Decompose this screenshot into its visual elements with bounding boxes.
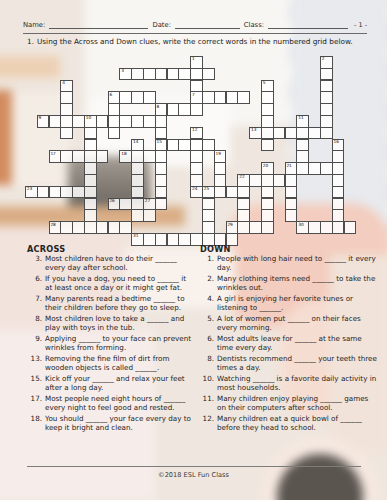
cell-number-30: 30: [298, 223, 303, 227]
grid-cell-r14c26[interactable]: [332, 221, 345, 234]
clue-text: You should ______ your face every day to…: [45, 415, 195, 432]
grid-cell-r4c20[interactable]: [261, 103, 274, 116]
clue-number: 6.: [201, 335, 214, 352]
grid-cell-r10c16[interactable]: [214, 174, 227, 187]
grid-cell-r8c10[interactable]: [143, 150, 156, 163]
cell-number-12: 12: [192, 128, 197, 132]
clue-text: Kick off your ______ and relax your feet…: [45, 375, 195, 392]
grid-cell-r1c8[interactable]: 3: [119, 68, 132, 81]
grid-cell-r6c21[interactable]: [273, 127, 286, 140]
grid-cell-r5c6[interactable]: [96, 115, 109, 128]
grid-cell-r3c10[interactable]: [143, 91, 156, 104]
grid-cell-r13c9[interactable]: [131, 209, 144, 222]
grid-cell-r13c18[interactable]: [237, 209, 250, 222]
clue-number: 15.: [29, 375, 42, 392]
clue-text: Most children have to do their ______ ev…: [45, 255, 195, 272]
cell-number-6: 6: [109, 93, 112, 97]
grid-cell-r6c20[interactable]: [261, 127, 274, 140]
grid-cell-r14c24[interactable]: [308, 221, 321, 234]
grid-cell-r1c10[interactable]: [143, 68, 156, 81]
down-title: DOWN: [200, 244, 230, 254]
clue-text: Many parents read a bedtime ______ to th…: [45, 295, 195, 312]
grid-cell-r3c16[interactable]: [214, 91, 227, 104]
class-label: Class:: [244, 21, 264, 29]
grid-cell-r11c20[interactable]: [261, 186, 274, 199]
grid-cell-r14c25[interactable]: [320, 221, 333, 234]
grid-cell-r12c9[interactable]: [131, 198, 144, 211]
grid-cell-r12c22[interactable]: [285, 198, 298, 211]
grid-cell-r14c3[interactable]: [60, 221, 73, 234]
grid-cell-r8c8[interactable]: 18: [119, 150, 132, 163]
clue-number: 9.: [29, 335, 42, 352]
page-number: - 1 -: [352, 21, 367, 29]
across-clue-3: 3.Most children have to do their ______ …: [29, 255, 195, 272]
grid-cell-r11c5[interactable]: [84, 186, 97, 199]
grid-cell-r14c20[interactable]: [261, 221, 274, 234]
down-clue-11: 11.Many children enjoy playing ______ ga…: [201, 395, 379, 412]
cell-number-20: 20: [263, 164, 268, 168]
grid-cell-r7c20[interactable]: [261, 139, 274, 152]
grid-cell-r6c11[interactable]: [155, 127, 168, 140]
grid-cell-r4c7[interactable]: [108, 103, 121, 116]
grid-cell-r3c3[interactable]: [60, 91, 73, 104]
grid-cell-r13c26[interactable]: [332, 209, 345, 222]
grid-cell-r9c20[interactable]: 20: [261, 162, 274, 175]
cell-number-21: 21: [286, 164, 291, 168]
grid-cell-r8c6[interactable]: [96, 150, 109, 163]
clue-number: 3.: [29, 255, 42, 272]
grid-cell-r14c7[interactable]: [108, 221, 121, 234]
clue-number: 18.: [29, 415, 42, 432]
down-clue-10: 10.Watching ______ is a favorite daily a…: [201, 375, 379, 392]
cell-number-13: 13: [251, 128, 256, 132]
grid-cell-r3c14[interactable]: 7: [190, 91, 203, 104]
grid-cell-r14c17[interactable]: 29: [226, 221, 239, 234]
cell-number-5: 5: [263, 81, 266, 85]
grid-cell-r2c20[interactable]: 5: [261, 80, 274, 93]
cell-number-28: 28: [50, 223, 55, 227]
grid-cell-r7c15[interactable]: [202, 139, 215, 152]
clue-number: 8.: [29, 315, 42, 332]
grid-cell-r12c7[interactable]: 26: [108, 198, 121, 211]
grid-cell-r10c11[interactable]: [155, 174, 168, 187]
grid-cell-r11c16[interactable]: [214, 186, 227, 199]
grid-cell-r6c23[interactable]: [296, 127, 309, 140]
footer-rule: [27, 466, 361, 467]
clue-number: 1.: [201, 255, 214, 272]
clue-text: Most adults leave for ______ at the same…: [217, 335, 379, 352]
grid-cell-r4c13[interactable]: [178, 103, 191, 116]
grid-cell-r6c3[interactable]: [60, 127, 73, 140]
grid-cell-r14c5[interactable]: [84, 221, 97, 234]
grid-cell-r8c2[interactable]: 17: [49, 150, 62, 163]
grid-cell-r11c4[interactable]: [72, 186, 85, 199]
clue-text: Applying ______ to your face can prevent…: [45, 335, 195, 352]
across-clue-18: 18.You should ______ your face every day…: [29, 415, 195, 432]
grid-cell-r6c7[interactable]: [108, 127, 121, 140]
name-label: Name:: [23, 21, 45, 29]
across-clue-17: 17.Most people need eight hours of _____…: [29, 395, 195, 412]
grid-cell-r11c22[interactable]: [285, 186, 298, 199]
down-clue-5: 5.A lot of women put ______ on their fac…: [201, 315, 379, 332]
grid-cell-r14c27[interactable]: [344, 221, 357, 234]
grid-cell-r12c26[interactable]: [332, 198, 345, 211]
grid-cell-r7c23[interactable]: [296, 139, 309, 152]
grid-cell-r13c22[interactable]: [285, 209, 298, 222]
down-clue-8: 8.Dentists recommend ______ your teeth t…: [201, 355, 379, 372]
cell-number-23: 23: [27, 187, 32, 191]
grid-cell-r11c11[interactable]: [155, 186, 168, 199]
grid-cell-r11c3[interactable]: [60, 186, 73, 199]
clue-text: Watching ______ is a favorite daily acti…: [217, 375, 379, 392]
clue-number: 17.: [29, 395, 42, 412]
grid-cell-r3c25[interactable]: [320, 91, 333, 104]
grid-cell-r1c13[interactable]: [178, 68, 191, 81]
grid-cell-r3c7[interactable]: 6: [108, 91, 121, 104]
grid-cell-r11c17[interactable]: [226, 186, 239, 199]
grid-cell-r8c3[interactable]: [60, 150, 73, 163]
clue-number: 2.: [201, 275, 214, 292]
class-line[interactable]: [268, 21, 348, 29]
grid-cell-r3c9[interactable]: [131, 91, 144, 104]
grid-cell-r9c23[interactable]: [296, 162, 309, 175]
instruction-text: Using the Across and Down clues, write t…: [37, 38, 353, 47]
across-title: ACROSS: [27, 244, 65, 254]
grid-cell-r1c15[interactable]: [202, 68, 215, 81]
grid-cell-r4c3[interactable]: [60, 103, 73, 116]
clue-text: Dentists recommend ______ your teeth thr…: [217, 355, 379, 372]
grid-cell-r8c9[interactable]: [131, 150, 144, 163]
clue-text: Many children eat a quick bowl of ______…: [217, 415, 379, 432]
clue-number: 12.: [201, 415, 214, 432]
cell-number-2: 2: [322, 57, 325, 61]
grid-cell-r5c10[interactable]: [143, 115, 156, 128]
grid-cell-r4c25[interactable]: [320, 103, 333, 116]
grid-cell-r3c17[interactable]: [226, 91, 239, 104]
grid-cell-r9c9[interactable]: [131, 162, 144, 175]
grid-cell-r11c0[interactable]: 23: [25, 186, 38, 199]
down-clue-1: 1.People with long hair need to ______ i…: [201, 255, 379, 272]
cell-number-3: 3: [121, 69, 124, 73]
grid-cell-r14c19[interactable]: [249, 221, 262, 234]
grid-cell-r6c14[interactable]: 12: [190, 127, 203, 140]
grid-cell-r14c18[interactable]: [237, 221, 250, 234]
grid-cell-r11c14[interactable]: 24: [190, 186, 203, 199]
grid-cell-r10c26[interactable]: [332, 174, 345, 187]
grid-cell-r1c11[interactable]: [155, 68, 168, 81]
name-line[interactable]: [49, 21, 148, 29]
grid-cell-r12c8[interactable]: [119, 198, 132, 211]
grid-cell-r12c5[interactable]: [84, 198, 97, 211]
grid-cell-r7c11[interactable]: 15: [155, 139, 168, 152]
clue-text: Many children enjoy playing ______ games…: [217, 395, 379, 412]
grid-cell-r12c15[interactable]: [202, 198, 215, 211]
grid-cell-r11c2[interactable]: [49, 186, 62, 199]
clue-text: People with long hair need to ______ it …: [217, 255, 379, 272]
grid-cell-r11c18[interactable]: [237, 186, 250, 199]
clue-number: 8.: [201, 355, 214, 372]
grid-cell-r3c15[interactable]: [202, 91, 215, 104]
across-clue-15: 15.Kick off your ______ and relax your f…: [29, 375, 195, 392]
grid-cell-r8c23[interactable]: [296, 150, 309, 163]
clue-number: 5.: [201, 315, 214, 332]
grid-cell-r0c25[interactable]: 2: [320, 56, 333, 69]
grid-cell-r15c9[interactable]: 31: [131, 233, 144, 246]
clue-text: Most people need eight hours of ______ e…: [45, 395, 195, 412]
grid-cell-r10c18[interactable]: 22: [237, 174, 250, 187]
grid-cell-r12c18[interactable]: [237, 198, 250, 211]
across-clue-8: 8.Most children love to take a ______ an…: [29, 315, 195, 332]
crossword-grid: 1234567891011121314151617181920212223242…: [25, 56, 381, 247]
grid-cell-r6c24[interactable]: [308, 127, 321, 140]
down-clue-12: 12.Many children eat a quick bowl of ___…: [201, 415, 379, 432]
cell-number-8: 8: [157, 105, 160, 109]
cell-number-19: 19: [216, 152, 221, 156]
cell-number-11: 11: [298, 116, 303, 120]
grid-cell-r4c14[interactable]: [190, 103, 203, 116]
grid-cell-r10c9[interactable]: [131, 174, 144, 187]
grid-cell-r6c5[interactable]: [84, 127, 97, 140]
across-clue-list: 3.Most children have to do their ______ …: [29, 255, 195, 435]
down-clue-6: 6.Most adults leave for ______ at the sa…: [201, 335, 379, 352]
grid-cell-r15c10[interactable]: [143, 233, 156, 246]
grid-cell-r10c22[interactable]: [285, 174, 298, 187]
cell-number-1: 1: [192, 57, 195, 61]
grid-cell-r5c9[interactable]: [131, 115, 144, 128]
cell-number-27: 27: [145, 199, 150, 203]
cell-number-25: 25: [204, 187, 209, 191]
clue-text: Many clothing items need ______ to take …: [217, 275, 379, 292]
grid-cell-r8c16[interactable]: 19: [214, 150, 227, 163]
grid-cell-r13c5[interactable]: [84, 209, 97, 222]
grid-cell-r14c15[interactable]: [202, 221, 215, 234]
grid-cell-r15c13[interactable]: [178, 233, 191, 246]
cell-number-22: 22: [239, 175, 244, 179]
grid-cell-r1c14[interactable]: [190, 68, 203, 81]
cell-number-24: 24: [192, 187, 197, 191]
grid-cell-r5c8[interactable]: [119, 115, 132, 128]
grid-cell-r2c25[interactable]: [320, 80, 333, 93]
grid-cell-r2c14[interactable]: [190, 80, 203, 93]
grid-cell-r5c11[interactable]: [155, 115, 168, 128]
cell-number-15: 15: [157, 140, 162, 144]
cell-number-9: 9: [39, 116, 42, 120]
grid-cell-r13c15[interactable]: [202, 209, 215, 222]
grid-cell-r4c11[interactable]: 8: [155, 103, 168, 116]
clue-text: A girl is enjoying her favorite tunes or…: [217, 295, 379, 312]
cell-number-7: 7: [192, 93, 195, 97]
grid-cell-r3c20[interactable]: [261, 91, 274, 104]
grid-cell-r13c10[interactable]: [143, 209, 156, 222]
grid-cell-r12c20[interactable]: [261, 198, 274, 211]
grid-cell-r7c26[interactable]: 16: [332, 139, 345, 152]
grid-cell-r9c11[interactable]: [155, 162, 168, 175]
grid-cell-r8c11[interactable]: [155, 150, 168, 163]
grid-cell-r3c18[interactable]: [237, 91, 250, 104]
grid-cell-r10c20[interactable]: [261, 174, 274, 187]
grid-cell-r7c14[interactable]: [190, 139, 203, 152]
clue-number: 11.: [201, 395, 214, 412]
grid-cell-r11c1[interactable]: [37, 186, 50, 199]
grid-cell-r5c4[interactable]: [72, 115, 85, 128]
grid-cell-r6c22[interactable]: [285, 127, 298, 140]
grid-cell-r9c24[interactable]: [308, 162, 321, 175]
grid-cell-r2c3[interactable]: 4: [60, 80, 73, 93]
grid-cell-r11c9[interactable]: [131, 186, 144, 199]
grid-cell-r0c14[interactable]: 1: [190, 56, 203, 69]
clue-text: Removing the fine film of dirt from wood…: [45, 355, 195, 372]
grid-cell-r1c9[interactable]: [131, 68, 144, 81]
grid-cell-r11c26[interactable]: [332, 186, 345, 199]
grid-cell-r5c2[interactable]: [49, 115, 62, 128]
copyright-text: ©2018 ESL Fun Class: [0, 471, 387, 479]
grid-cell-r12c11[interactable]: [155, 198, 168, 211]
grid-cell-r15c11[interactable]: [155, 233, 168, 246]
grid-cell-r7c12[interactable]: [167, 139, 180, 152]
grid-cell-r8c14[interactable]: [190, 150, 203, 163]
grid-cell-r5c5[interactable]: 10: [84, 115, 97, 128]
grid-cell-r9c5[interactable]: [84, 162, 97, 175]
page-header: Name: Date: Class: - 1 -: [23, 21, 367, 29]
date-label: Date:: [152, 21, 171, 29]
clue-number: 13.: [29, 355, 42, 372]
grid-cell-r3c8[interactable]: [119, 91, 132, 104]
grid-cell-r5c1[interactable]: 9: [37, 115, 50, 128]
grid-cell-r7c9[interactable]: 14: [131, 139, 144, 152]
grid-cell-r1c12[interactable]: [167, 68, 180, 81]
clue-number: 7.: [29, 295, 42, 312]
cell-number-29: 29: [227, 223, 232, 227]
clue-text: Most children love to take a ______ and …: [45, 315, 195, 332]
grid-cell-r8c5[interactable]: [84, 150, 97, 163]
grid-cell-r9c16[interactable]: [214, 162, 227, 175]
grid-cell-r14c23[interactable]: 30: [296, 221, 309, 234]
down-clue-4: 4.A girl is enjoying her favorite tunes …: [201, 295, 379, 312]
across-clue-13: 13.Removing the fine film of dirt from w…: [29, 355, 195, 372]
worksheet-page: Name: Date: Class: - 1 - 1. Using the Ac…: [0, 0, 387, 500]
grid-cell-r5c23[interactable]: 11: [296, 115, 309, 128]
grid-cell-r13c20[interactable]: [261, 209, 274, 222]
cell-number-26: 26: [109, 199, 114, 203]
grid-cell-r11c15[interactable]: 25: [202, 186, 215, 199]
grid-cell-r7c13[interactable]: [178, 139, 191, 152]
clue-text: A lot of women put ______ on their faces…: [217, 315, 379, 332]
grid-cell-r5c3[interactable]: [60, 115, 73, 128]
grid-cell-r6c25[interactable]: [320, 127, 333, 140]
grid-cell-r1c25[interactable]: [320, 68, 333, 81]
grid-cell-r9c26[interactable]: [332, 162, 345, 175]
worksheet-content: Name: Date: Class: - 1 - 1. Using the Ac…: [0, 0, 387, 500]
clue-number: 6.: [29, 275, 42, 292]
cell-number-31: 31: [133, 234, 138, 238]
instruction-number: 1.: [27, 38, 34, 47]
grid-cell-r4c12[interactable]: [167, 103, 180, 116]
across-clue-6: 6.If you have a dog, you need to ______ …: [29, 275, 195, 292]
grid-cell-r6c19[interactable]: 13: [249, 127, 262, 140]
grid-cell-r10c5[interactable]: [84, 174, 97, 187]
cell-number-18: 18: [121, 152, 126, 156]
grid-cell-r9c22[interactable]: 21: [285, 162, 298, 175]
instruction: 1. Using the Across and Down clues, writ…: [27, 38, 367, 47]
cell-number-4: 4: [62, 81, 65, 85]
grid-cell-r9c25[interactable]: [320, 162, 333, 175]
grid-cell-r5c25[interactable]: [320, 115, 333, 128]
clue-number: 4.: [201, 295, 214, 312]
grid-cell-r10c19[interactable]: [249, 174, 262, 187]
grid-cell-r14c6[interactable]: [96, 221, 109, 234]
grid-cell-r8c4[interactable]: [72, 150, 85, 163]
grid-cell-r14c2[interactable]: 28: [49, 221, 62, 234]
cell-number-14: 14: [133, 140, 138, 144]
grid-cell-r10c14[interactable]: [190, 174, 203, 187]
grid-cell-r14c8[interactable]: [119, 221, 132, 234]
down-clue-list: 1.People with long hair need to ______ i…: [201, 255, 379, 435]
grid-cell-r14c4[interactable]: [72, 221, 85, 234]
cell-number-17: 17: [50, 152, 55, 156]
grid-cell-r10c21[interactable]: [273, 174, 286, 187]
grid-cell-r8c26[interactable]: [332, 150, 345, 163]
clue-number: 10.: [201, 375, 214, 392]
cell-number-10: 10: [86, 116, 91, 120]
date-line[interactable]: [175, 21, 240, 29]
grid-cell-r12c10[interactable]: 27: [143, 198, 156, 211]
down-clue-2: 2.Many clothing items need ______ to tak…: [201, 275, 379, 292]
grid-cell-r7c5[interactable]: [84, 139, 97, 152]
grid-cell-r9c14[interactable]: [190, 162, 203, 175]
across-clue-9: 9.Applying ______ to your face can preve…: [29, 335, 195, 352]
grid-cell-r15c12[interactable]: [167, 233, 180, 246]
grid-cell-r5c7[interactable]: [108, 115, 121, 128]
clue-text: If you have a dog, you need to ______ it…: [45, 275, 195, 292]
across-clue-7: 7.Many parents read a bedtime ______ to …: [29, 295, 195, 312]
cell-number-16: 16: [334, 140, 339, 144]
grid-cell-r5c20[interactable]: [261, 115, 274, 128]
header-rule: [23, 33, 367, 34]
